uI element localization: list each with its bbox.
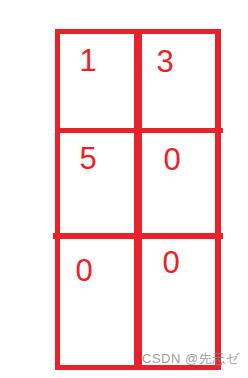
stroke-overshoot xyxy=(210,128,223,133)
diagram-canvas: 1 3 5 0 0 0 CSDN @先忈ゼ xyxy=(0,0,248,378)
stroke-overshoot xyxy=(210,233,223,239)
cell-value: 5 xyxy=(79,143,96,174)
cell-value: 3 xyxy=(156,46,173,77)
cell-r1c0: 5 xyxy=(60,133,134,233)
cell-value: 0 xyxy=(163,144,180,175)
cell-r1c1: 0 xyxy=(142,133,215,233)
cell-r0c0: 1 xyxy=(60,34,134,128)
grid-line-vertical xyxy=(134,34,142,365)
cell-value: 0 xyxy=(75,255,92,286)
cell-r2c0: 0 xyxy=(60,239,134,365)
cell-r0c1: 3 xyxy=(142,34,215,128)
csdn-watermark: CSDN @先忈ゼ xyxy=(142,350,239,368)
cell-r2c1: 0 xyxy=(142,239,215,365)
number-grid-board: 1 3 5 0 0 0 xyxy=(55,29,221,370)
cell-value: 1 xyxy=(79,45,96,76)
stroke-overshoot xyxy=(53,233,62,239)
cell-value: 0 xyxy=(162,247,179,278)
